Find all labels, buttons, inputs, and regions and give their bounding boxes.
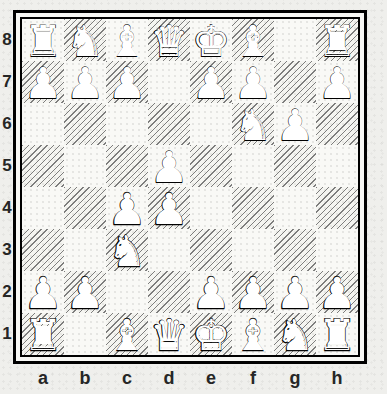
black-pawn-h7: ♟♟ xyxy=(316,61,358,103)
square-a5[interactable] xyxy=(22,145,64,187)
square-d6[interactable] xyxy=(148,103,190,145)
white-pawn-c4: ♟♙ xyxy=(106,187,148,229)
black-pawn-c7: ♟♟ xyxy=(106,61,148,103)
white-pawn-f2: ♟♙ xyxy=(232,271,274,313)
square-f7[interactable]: ♟♟ xyxy=(232,61,274,103)
file-label-g: g xyxy=(274,366,316,390)
black-rook-h8: ♜♜ xyxy=(316,19,358,61)
square-a6[interactable] xyxy=(22,103,64,145)
file-label-b: b xyxy=(64,366,106,390)
chess-board-inner-border: ♜♜♞♞♝♝♛♛♚♚♝♝♜♜♟♟♟♟♟♟♟♟♟♟♟♟♞♞♟♟♟♟♟♙♟♙♞♘♟♙… xyxy=(20,17,360,357)
square-c5[interactable] xyxy=(106,145,148,187)
square-e7[interactable]: ♟♟ xyxy=(190,61,232,103)
square-h7[interactable]: ♟♟ xyxy=(316,61,358,103)
square-a1[interactable]: ♜♖ xyxy=(22,313,64,355)
square-c8[interactable]: ♝♝ xyxy=(106,19,148,61)
white-queen-d1: ♛♕ xyxy=(148,313,190,355)
square-e5[interactable] xyxy=(190,145,232,187)
square-h4[interactable] xyxy=(316,187,358,229)
white-pawn-g2: ♟♙ xyxy=(274,271,316,313)
square-g3[interactable] xyxy=(274,229,316,271)
file-label-h: h xyxy=(316,366,358,390)
square-b4[interactable] xyxy=(64,187,106,229)
black-pawn-b7: ♟♟ xyxy=(64,61,106,103)
square-e2[interactable]: ♟♙ xyxy=(190,271,232,313)
rank-labels: 87654321 xyxy=(0,19,14,355)
square-d2[interactable] xyxy=(148,271,190,313)
file-label-d: d xyxy=(148,366,190,390)
square-e8[interactable]: ♚♚ xyxy=(190,19,232,61)
file-labels: abcdefgh xyxy=(22,366,358,390)
file-label-f: f xyxy=(232,366,274,390)
square-f6[interactable]: ♞♞ xyxy=(232,103,274,145)
square-b8[interactable]: ♞♞ xyxy=(64,19,106,61)
square-c4[interactable]: ♟♙ xyxy=(106,187,148,229)
square-h8[interactable]: ♜♜ xyxy=(316,19,358,61)
black-pawn-f7: ♟♟ xyxy=(232,61,274,103)
white-rook-a1: ♜♖ xyxy=(22,313,64,355)
white-pawn-b2: ♟♙ xyxy=(64,271,106,313)
square-f5[interactable] xyxy=(232,145,274,187)
white-pawn-e2: ♟♙ xyxy=(190,271,232,313)
square-b7[interactable]: ♟♟ xyxy=(64,61,106,103)
square-g5[interactable] xyxy=(274,145,316,187)
rank-label-5: 5 xyxy=(0,145,14,187)
rank-label-1: 1 xyxy=(0,313,14,355)
black-knight-b8: ♞♞ xyxy=(64,19,106,61)
square-b6[interactable] xyxy=(64,103,106,145)
square-e6[interactable] xyxy=(190,103,232,145)
square-c2[interactable] xyxy=(106,271,148,313)
square-h2[interactable]: ♟♙ xyxy=(316,271,358,313)
square-f1[interactable]: ♝♗ xyxy=(232,313,274,355)
square-c7[interactable]: ♟♟ xyxy=(106,61,148,103)
black-pawn-d5: ♟♟ xyxy=(148,145,190,187)
square-g4[interactable] xyxy=(274,187,316,229)
square-g6[interactable]: ♟♟ xyxy=(274,103,316,145)
square-d4[interactable]: ♟♙ xyxy=(148,187,190,229)
white-pawn-a2: ♟♙ xyxy=(22,271,64,313)
rank-label-2: 2 xyxy=(0,271,14,313)
square-g7[interactable] xyxy=(274,61,316,103)
white-rook-h1: ♜♖ xyxy=(316,313,358,355)
square-e3[interactable] xyxy=(190,229,232,271)
square-c3[interactable]: ♞♘ xyxy=(106,229,148,271)
rank-label-7: 7 xyxy=(0,61,14,103)
rank-label-3: 3 xyxy=(0,229,14,271)
square-c6[interactable] xyxy=(106,103,148,145)
square-a4[interactable] xyxy=(22,187,64,229)
white-bishop-f1: ♝♗ xyxy=(232,313,274,355)
board: ♜♜♞♞♝♝♛♛♚♚♝♝♜♜♟♟♟♟♟♟♟♟♟♟♟♟♞♞♟♟♟♟♟♙♟♙♞♘♟♙… xyxy=(22,19,358,355)
square-b3[interactable] xyxy=(64,229,106,271)
square-c1[interactable]: ♝♗ xyxy=(106,313,148,355)
white-bishop-c1: ♝♗ xyxy=(106,313,148,355)
square-h1[interactable]: ♜♖ xyxy=(316,313,358,355)
white-pawn-d4: ♟♙ xyxy=(148,187,190,229)
black-pawn-g6: ♟♟ xyxy=(274,103,316,145)
black-rook-a8: ♜♜ xyxy=(22,19,64,61)
black-bishop-f8: ♝♝ xyxy=(232,19,274,61)
square-d7[interactable] xyxy=(148,61,190,103)
square-f2[interactable]: ♟♙ xyxy=(232,271,274,313)
square-b5[interactable] xyxy=(64,145,106,187)
file-label-a: a xyxy=(22,366,64,390)
rank-label-8: 8 xyxy=(0,19,14,61)
square-a8[interactable]: ♜♜ xyxy=(22,19,64,61)
square-a7[interactable]: ♟♟ xyxy=(22,61,64,103)
white-pawn-h2: ♟♙ xyxy=(316,271,358,313)
square-h5[interactable] xyxy=(316,145,358,187)
square-g1[interactable]: ♞♘ xyxy=(274,313,316,355)
file-label-e: e xyxy=(190,366,232,390)
white-king-e1: ♚♔ xyxy=(190,313,232,355)
rank-label-6: 6 xyxy=(0,103,14,145)
file-label-c: c xyxy=(106,366,148,390)
square-b1[interactable] xyxy=(64,313,106,355)
black-king-e8: ♚♚ xyxy=(190,19,232,61)
square-f3[interactable] xyxy=(232,229,274,271)
black-knight-f6: ♞♞ xyxy=(232,103,274,145)
square-a2[interactable]: ♟♙ xyxy=(22,271,64,313)
black-queen-d8: ♛♛ xyxy=(148,19,190,61)
white-knight-g1: ♞♘ xyxy=(274,313,316,355)
square-d5[interactable]: ♟♟ xyxy=(148,145,190,187)
rank-label-4: 4 xyxy=(0,187,14,229)
square-e1[interactable]: ♚♔ xyxy=(190,313,232,355)
black-bishop-c8: ♝♝ xyxy=(106,19,148,61)
square-b2[interactable]: ♟♙ xyxy=(64,271,106,313)
black-pawn-e7: ♟♟ xyxy=(190,61,232,103)
square-d8[interactable]: ♛♛ xyxy=(148,19,190,61)
square-d3[interactable] xyxy=(148,229,190,271)
chess-board-frame: ♜♜♞♞♝♝♛♛♚♚♝♝♜♜♟♟♟♟♟♟♟♟♟♟♟♟♞♞♟♟♟♟♟♙♟♙♞♘♟♙… xyxy=(13,10,367,364)
square-e4[interactable] xyxy=(190,187,232,229)
black-pawn-a7: ♟♟ xyxy=(22,61,64,103)
square-f8[interactable]: ♝♝ xyxy=(232,19,274,61)
square-g2[interactable]: ♟♙ xyxy=(274,271,316,313)
square-h6[interactable] xyxy=(316,103,358,145)
white-knight-c3: ♞♘ xyxy=(106,229,148,271)
square-a3[interactable] xyxy=(22,229,64,271)
square-h3[interactable] xyxy=(316,229,358,271)
square-d1[interactable]: ♛♕ xyxy=(148,313,190,355)
square-f4[interactable] xyxy=(232,187,274,229)
square-g8[interactable] xyxy=(274,19,316,61)
